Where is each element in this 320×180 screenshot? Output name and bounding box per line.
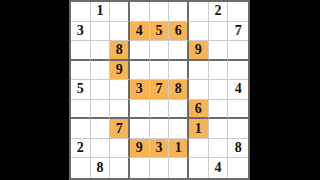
cell-r4c2[interactable] [91,61,111,81]
cell-r2c7[interactable] [189,22,209,42]
cell-r5c8[interactable] [209,80,229,100]
cell-r8c9[interactable]: 8 [228,139,248,159]
cell-r9c3[interactable] [110,158,130,178]
cell-r2c8[interactable] [209,22,229,42]
cell-r9c9[interactable] [228,158,248,178]
cell-r1c6[interactable] [169,2,189,22]
cell-r7c8[interactable] [209,119,229,139]
cell-r2c3[interactable] [110,22,130,42]
cell-r9c7[interactable] [189,158,209,178]
cell-r5c9[interactable]: 4 [228,80,248,100]
cell-r8c4[interactable]: 9 [130,139,150,159]
cell-r3c9[interactable] [228,41,248,61]
letterbox-right [250,0,320,180]
cell-r8c2[interactable] [91,139,111,159]
cell-r6c9[interactable] [228,100,248,120]
cell-r5c4[interactable]: 3 [130,80,150,100]
cell-r2c5[interactable]: 5 [150,22,170,42]
cell-r1c3[interactable] [110,2,130,22]
cell-r6c6[interactable] [169,100,189,120]
cell-r3c1[interactable] [71,41,91,61]
cell-r5c5[interactable]: 7 [150,80,170,100]
cell-r6c8[interactable] [209,100,229,120]
cell-r6c3[interactable] [110,100,130,120]
cell-r5c7[interactable] [189,80,209,100]
cell-r5c1[interactable]: 5 [71,80,91,100]
cell-r3c8[interactable] [209,41,229,61]
cell-r7c3[interactable]: 7 [110,119,130,139]
cell-r7c6[interactable] [169,119,189,139]
cell-r9c4[interactable] [130,158,150,178]
cell-r4c5[interactable] [150,61,170,81]
cell-r9c5[interactable] [150,158,170,178]
cell-r1c9[interactable] [228,2,248,22]
cell-r1c4[interactable] [130,2,150,22]
cell-r4c9[interactable] [228,61,248,81]
cell-r3c2[interactable] [91,41,111,61]
cell-r2c9[interactable]: 7 [228,22,248,42]
cell-r8c5[interactable]: 3 [150,139,170,159]
cell-r7c4[interactable] [130,119,150,139]
cell-r6c5[interactable] [150,100,170,120]
cell-r2c4[interactable]: 4 [130,22,150,42]
cell-r6c4[interactable] [130,100,150,120]
cell-r4c6[interactable] [169,61,189,81]
letterbox-left [0,0,69,180]
cell-r8c6[interactable]: 1 [169,139,189,159]
cell-r1c1[interactable] [71,2,91,22]
cell-r3c5[interactable] [150,41,170,61]
cell-r4c3[interactable]: 9 [110,61,130,81]
cell-r4c7[interactable] [189,61,209,81]
cell-r7c2[interactable] [91,119,111,139]
cell-r6c1[interactable] [71,100,91,120]
cell-r4c4[interactable] [130,61,150,81]
cell-r7c9[interactable] [228,119,248,139]
cell-r4c1[interactable] [71,61,91,81]
cell-r5c6[interactable]: 8 [169,80,189,100]
cell-r1c7[interactable] [189,2,209,22]
cell-r4c8[interactable] [209,61,229,81]
cell-r1c2[interactable]: 1 [91,2,111,22]
cell-r3c4[interactable] [130,41,150,61]
cell-r1c5[interactable] [150,2,170,22]
cell-r8c8[interactable] [209,139,229,159]
cell-r2c1[interactable]: 3 [71,22,91,42]
cell-r8c1[interactable]: 2 [71,139,91,159]
cell-r3c3[interactable]: 8 [110,41,130,61]
sudoku-board: 1234567899537846712931884 [69,0,250,180]
cell-r8c3[interactable] [110,139,130,159]
cell-r3c7[interactable]: 9 [189,41,209,61]
cell-r9c1[interactable] [71,158,91,178]
cell-r7c5[interactable] [150,119,170,139]
cell-r2c6[interactable]: 6 [169,22,189,42]
cell-r5c2[interactable] [91,80,111,100]
cell-r2c2[interactable] [91,22,111,42]
cell-r8c7[interactable] [189,139,209,159]
cell-r7c7[interactable]: 1 [189,119,209,139]
cell-r7c1[interactable] [71,119,91,139]
cell-r9c8[interactable]: 4 [209,158,229,178]
cell-r6c2[interactable] [91,100,111,120]
cell-r3c6[interactable] [169,41,189,61]
cell-r9c2[interactable]: 8 [91,158,111,178]
cell-r5c3[interactable] [110,80,130,100]
cell-r9c6[interactable] [169,158,189,178]
cell-r1c8[interactable]: 2 [209,2,229,22]
cell-r6c7[interactable]: 6 [189,100,209,120]
